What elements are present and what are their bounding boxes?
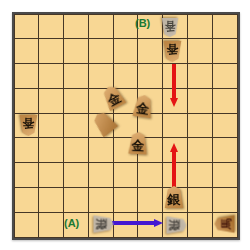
red-arrow-down-3b-3d-shaft [172,64,176,98]
label-B: (B) [135,17,150,29]
gold-4d[interactable]: 金 [132,94,155,119]
label-A: (A) [64,217,79,229]
gold-4d-body: 金 [132,94,155,119]
square-2d[interactable] [188,89,213,114]
square-9b[interactable] [14,39,39,64]
promoted-piece-1i[interactable]: 馬 [214,215,234,234]
square-7h[interactable] [64,188,89,213]
ghost-rook-3i[interactable]: 飛 [166,216,186,235]
square-3e[interactable] [163,114,188,139]
square-8i[interactable] [39,213,64,238]
square-9i[interactable] [14,213,39,238]
shogi-diagram: (A) (B) 香香金金香金銀飛飛馬 [0,0,250,250]
ghost-rook-6i-glyph: 飛 [93,219,106,230]
square-1a[interactable] [213,14,238,39]
square-5i[interactable] [114,213,139,238]
gold-4f-body: 金 [127,131,148,154]
silver-3h-glyph: 銀 [168,193,181,208]
ghost-rook-6i[interactable]: 飛 [93,215,113,234]
ghost-lance-3a-glyph: 香 [165,18,176,31]
square-1d[interactable] [213,89,238,114]
silver-3h[interactable]: 銀 [164,186,184,208]
square-9f[interactable] [14,138,39,163]
square-5h[interactable] [114,188,139,213]
square-4g[interactable] [138,163,163,188]
ghost-rook-3i-glyph: 飛 [166,220,179,231]
square-4c[interactable] [138,64,163,89]
square-3g[interactable] [163,163,188,188]
square-2f[interactable] [188,138,213,163]
square-8f[interactable] [39,138,64,163]
silver-3h-body: 銀 [164,186,184,208]
red-arrow-up-3h-3f-shaft [172,152,176,187]
square-7b[interactable] [64,39,89,64]
square-2e[interactable] [188,114,213,139]
ghost-lance-3a-body: 香 [161,18,179,37]
square-1e[interactable] [213,114,238,139]
square-8h[interactable] [39,188,64,213]
lance-3b-body: 香 [163,41,182,62]
square-4h[interactable] [138,188,163,213]
square-8e[interactable] [39,114,64,139]
square-6h[interactable] [89,188,114,213]
square-1f[interactable] [213,138,238,163]
square-6a[interactable] [89,14,114,39]
square-8d[interactable] [39,89,64,114]
promoted-piece-1i-body: 馬 [214,215,234,234]
square-7f[interactable] [64,138,89,163]
lance-9e-glyph: 香 [22,115,34,129]
square-2c[interactable] [188,64,213,89]
square-7c[interactable] [64,64,89,89]
square-1h[interactable] [213,188,238,213]
promoted-piece-1i-glyph: 馬 [221,219,234,230]
red-arrow-up-3h-3f-head [170,143,178,152]
square-6g[interactable] [89,163,114,188]
gold-4f[interactable]: 金 [127,131,148,154]
square-5g[interactable] [114,163,139,188]
lance-9e-body: 香 [19,115,38,136]
square-8c[interactable] [39,64,64,89]
square-8a[interactable] [39,14,64,39]
square-9g[interactable] [14,163,39,188]
square-6b[interactable] [89,39,114,64]
square-7d[interactable] [64,89,89,114]
gold-4f-glyph: 金 [131,139,145,155]
square-1b[interactable] [213,39,238,64]
square-8g[interactable] [39,163,64,188]
square-7g[interactable] [64,163,89,188]
square-1c[interactable] [213,64,238,89]
square-2a[interactable] [188,14,213,39]
square-2g[interactable] [188,163,213,188]
gold-4d-glyph: 金 [135,101,150,118]
square-9c[interactable] [14,64,39,89]
square-7e[interactable] [64,114,89,139]
square-9d[interactable] [14,89,39,114]
square-5b[interactable] [114,39,139,64]
square-6f[interactable] [89,138,114,163]
square-2i[interactable] [188,213,213,238]
ghost-rook-3i-body: 飛 [166,216,186,235]
lance-9e[interactable]: 香 [19,115,38,136]
ghost-rook-6i-body: 飛 [93,215,113,234]
square-9a[interactable] [14,14,39,39]
square-3c[interactable] [163,64,188,89]
shogi-board [12,12,240,240]
lance-3b[interactable]: 香 [163,41,182,62]
square-2h[interactable] [188,188,213,213]
red-arrow-down-3b-3d-head [170,98,178,107]
blue-arrow-right-6i-3i-head [154,219,163,227]
square-7a[interactable] [64,14,89,39]
square-8b[interactable] [39,39,64,64]
square-2b[interactable] [188,39,213,64]
square-9h[interactable] [14,188,39,213]
ghost-lance-3a[interactable]: 香 [161,18,179,37]
lance-3b-glyph: 香 [166,41,178,55]
square-1g[interactable] [213,163,238,188]
blue-arrow-right-6i-3i-shaft [112,221,154,225]
square-4b[interactable] [138,39,163,64]
